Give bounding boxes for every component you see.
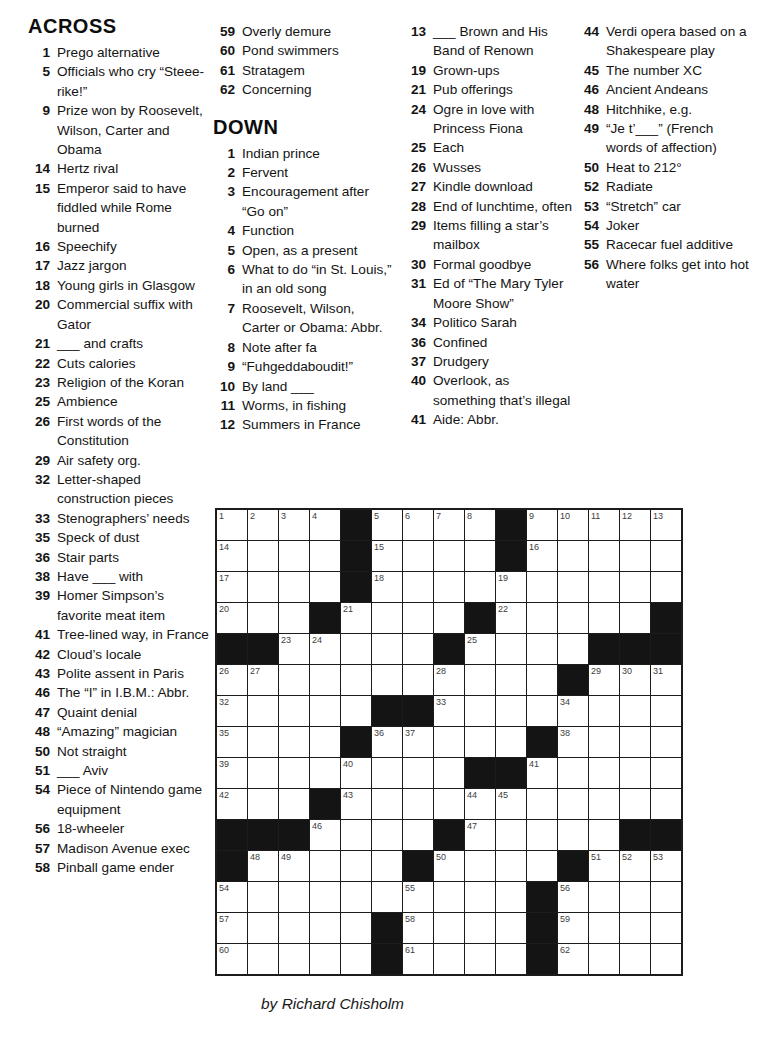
clue-text: Aide: Abbr. [433,410,574,429]
grid-cell[interactable]: 16 [527,541,557,571]
grid-cell[interactable]: 61 [403,944,433,974]
clue-number: 61 [213,61,235,80]
black-cell [620,634,650,664]
grid-cell[interactable] [527,634,557,664]
grid-cell[interactable]: 47 [465,820,495,850]
grid-cell[interactable]: 33 [434,696,464,726]
black-cell [651,820,681,850]
black-cell [651,634,681,664]
grid-cell[interactable] [310,851,340,881]
cell-number: 11 [591,511,600,521]
grid-cell[interactable] [279,727,309,757]
clue-text: Ogre in love with Princess Fiona [433,100,574,139]
grid-cell[interactable]: 26 [217,665,247,695]
clue-item: 40Overlook, as something that’s illegal [404,371,574,410]
grid-cell[interactable] [434,944,464,974]
black-cell [310,603,340,633]
grid-cell[interactable] [310,572,340,602]
clue-text: Drudgery [433,352,574,371]
grid-cell[interactable] [465,541,495,571]
grid-cell[interactable]: 43 [341,789,371,819]
grid-cell[interactable] [527,603,557,633]
grid-cell[interactable]: 45 [496,789,526,819]
clue-item: 62Concerning [213,80,395,99]
cell-number: 33 [436,697,446,707]
grid-cell[interactable]: 6 [403,510,433,540]
clue-item: 37Drudgery [404,352,574,371]
grid-cell[interactable]: 51 [589,851,619,881]
grid-cell[interactable] [434,882,464,912]
grid-cell[interactable] [620,696,650,726]
grid-cell[interactable]: 28 [434,665,464,695]
grid-cell[interactable] [589,727,619,757]
clue-item: 52Radiate [577,177,749,196]
clue-item: 7Roosevelt, Wilson, Carter or Obama: Abb… [213,299,395,338]
clue-number: 60 [213,41,235,60]
grid-cell[interactable] [310,727,340,757]
grid-cell[interactable]: 54 [217,882,247,912]
grid-cell[interactable]: 42 [217,789,247,819]
grid-cell[interactable] [279,541,309,571]
cell-number: 43 [343,790,353,800]
clue-number: 41 [28,625,50,644]
cell-number: 57 [219,914,229,924]
grid-cell[interactable] [434,913,464,943]
clue-text: Air safety org. [57,451,210,470]
grid-cell[interactable] [403,634,433,664]
grid-cell[interactable] [589,541,619,571]
clue-item: 48Hitchhike, e.g. [577,100,749,119]
grid-cell[interactable] [434,727,464,757]
grid-cell[interactable] [558,758,588,788]
cell-number: 47 [467,821,477,831]
clue-number: 40 [404,371,426,410]
clue-text: Overlook, as something that’s illegal [433,371,574,410]
cell-number: 32 [219,697,229,707]
cell-number: 13 [653,511,663,521]
clue-number: 54 [28,780,50,819]
grid-cell[interactable] [279,758,309,788]
grid-cell[interactable] [434,603,464,633]
grid-cell[interactable] [341,913,371,943]
cell-number: 12 [622,511,632,521]
clue-number: 58 [28,858,50,877]
grid-cell[interactable]: 55 [403,882,433,912]
crossword-grid: 1234567891011121314151617181920212223242… [215,508,683,976]
black-cell [527,944,557,974]
grid-cell[interactable]: 19 [496,572,526,602]
grid-cell[interactable] [496,696,526,726]
clue-number: 47 [28,703,50,722]
grid-cell[interactable] [248,913,278,943]
grid-cell[interactable]: 57 [217,913,247,943]
grid-cell[interactable] [620,913,650,943]
clue-item: 27Kindle download [404,177,574,196]
grid-cell[interactable] [496,727,526,757]
grid-cell[interactable] [341,634,371,664]
clue-text: Politico Sarah [433,313,574,332]
grid-cell[interactable]: 18 [372,572,402,602]
cell-number: 3 [281,511,286,521]
black-cell [372,696,402,726]
grid-cell[interactable] [279,913,309,943]
clue-text: Prize won by Roosevelt, Wilson, Carter a… [57,101,210,159]
grid-cell[interactable]: 1 [217,510,247,540]
clues-column-4: 44Verdi opera based on a Shakespeare pla… [577,22,749,294]
grid-cell[interactable] [248,882,278,912]
grid-cell[interactable] [620,727,650,757]
clue-number: 5 [28,62,50,101]
grid-cell[interactable]: 8 [465,510,495,540]
clue-number: 27 [404,177,426,196]
grid-cell[interactable] [527,572,557,602]
grid-cell[interactable] [527,820,557,850]
clues-column-3: 13___ Brown and His Band of Renown19Grow… [404,22,574,430]
grid-cell[interactable] [434,572,464,602]
grid-cell[interactable]: 24 [310,634,340,664]
grid-cell[interactable] [279,944,309,974]
grid-cell[interactable]: 22 [496,603,526,633]
grid-cell[interactable] [465,727,495,757]
grid-cell[interactable] [248,758,278,788]
grid-cell[interactable] [341,820,371,850]
grid-cell[interactable] [279,665,309,695]
grid-cell[interactable]: 11 [589,510,619,540]
grid-cell[interactable]: 32 [217,696,247,726]
black-cell [217,851,247,881]
clue-item: 6What to do “in St. Louis,” in an old so… [213,260,395,299]
clue-number: 24 [404,100,426,139]
grid-cell[interactable] [403,820,433,850]
grid-cell[interactable]: 29 [589,665,619,695]
clue-item: 16Speechify [28,237,210,256]
clue-item: 36Confined [404,333,574,352]
grid-cell[interactable]: 3 [279,510,309,540]
grid-cell[interactable] [620,882,650,912]
cell-number: 24 [312,635,322,645]
grid-cell[interactable] [651,696,681,726]
clue-text: Open, as a present [242,241,395,260]
grid-cell[interactable]: 20 [217,603,247,633]
grid-cell[interactable] [651,913,681,943]
grid-cell[interactable]: 56 [558,882,588,912]
grid-cell[interactable] [589,820,619,850]
clue-text: Emperor said to have fiddled while Rome … [57,179,210,237]
cell-number: 46 [312,821,322,831]
grid-cell[interactable] [589,944,619,974]
grid-cell[interactable] [589,696,619,726]
grid-cell[interactable] [651,572,681,602]
grid-cell[interactable] [465,696,495,726]
cell-number: 45 [498,790,508,800]
clue-number: 35 [28,528,50,547]
grid-cell[interactable] [248,603,278,633]
grid-cell[interactable]: 7 [434,510,464,540]
grid-cell[interactable] [651,727,681,757]
grid-cell[interactable] [620,789,650,819]
grid-cell[interactable]: 30 [620,665,650,695]
grid-cell[interactable] [496,913,526,943]
clue-number: 29 [404,216,426,255]
grid-cell[interactable] [341,944,371,974]
clue-number: 28 [404,197,426,216]
clue-text: Stair parts [57,548,210,567]
clue-text: Pub offerings [433,80,574,99]
grid-cell[interactable] [310,541,340,571]
grid-cell[interactable] [310,665,340,695]
grid-cell[interactable]: 13 [651,510,681,540]
grid-cell[interactable] [372,882,402,912]
cell-number: 22 [498,604,508,614]
clue-item: 1Indian prince [213,144,395,163]
grid-cell[interactable] [589,882,619,912]
grid-cell[interactable] [403,541,433,571]
grid-cell[interactable] [589,913,619,943]
grid-cell[interactable] [310,696,340,726]
grid-cell[interactable] [496,882,526,912]
clue-item: 30Formal goodbye [404,255,574,274]
grid-cell[interactable] [620,944,650,974]
grid-cell[interactable] [341,882,371,912]
grid-cell[interactable] [403,572,433,602]
grid-cell[interactable]: 9 [527,510,557,540]
grid-cell[interactable]: 40 [341,758,371,788]
clue-item: 8Note after fa [213,338,395,357]
clue-item: 11Worms, in fishing [213,396,395,415]
grid-cell[interactable] [248,789,278,819]
clue-text: Homer Simpson’s favorite meat item [57,586,210,625]
grid-cell[interactable]: 36 [372,727,402,757]
grid-cell[interactable] [589,758,619,788]
grid-cell[interactable] [558,603,588,633]
grid-cell[interactable] [372,603,402,633]
grid-cell[interactable]: 21 [341,603,371,633]
black-cell [341,727,371,757]
grid-cell[interactable] [248,572,278,602]
grid-cell[interactable] [651,882,681,912]
grid-cell[interactable] [279,696,309,726]
grid-cell[interactable]: 49 [279,851,309,881]
grid-cell[interactable] [434,789,464,819]
clue-number: 14 [28,159,50,178]
clue-number: 52 [577,177,599,196]
grid-cell[interactable] [496,851,526,881]
grid-cell[interactable] [372,851,402,881]
clue-text: Indian prince [242,144,395,163]
cell-number: 2 [250,511,255,521]
grid-cell[interactable] [465,944,495,974]
cell-number: 23 [281,635,291,645]
black-cell [527,727,557,757]
clue-text: Officials who cry “Steee-rike!” [57,62,210,101]
grid-cell[interactable] [651,758,681,788]
grid-cell[interactable] [403,603,433,633]
grid-cell[interactable] [527,851,557,881]
clue-item: 5Open, as a present [213,241,395,260]
grid-cell[interactable]: 41 [527,758,557,788]
grid-cell[interactable] [589,789,619,819]
clue-number: 15 [28,179,50,237]
grid-cell[interactable] [558,820,588,850]
black-cell [341,541,371,571]
grid-cell[interactable] [558,541,588,571]
grid-cell[interactable] [589,572,619,602]
grid-cell[interactable]: 39 [217,758,247,788]
black-cell [248,634,278,664]
grid-cell[interactable]: 15 [372,541,402,571]
grid-cell[interactable]: 53 [651,851,681,881]
grid-cell[interactable]: 52 [620,851,650,881]
grid-cell[interactable] [496,634,526,664]
grid-cell[interactable] [341,696,371,726]
grid-cell[interactable] [465,572,495,602]
grid-cell[interactable] [310,944,340,974]
black-cell [434,820,464,850]
clue-text: “Amazing” magician [57,722,210,741]
grid-cell[interactable] [248,541,278,571]
grid-cell[interactable]: 5 [372,510,402,540]
grid-cell[interactable]: 10 [558,510,588,540]
clue-number: 10 [213,377,235,396]
grid-cell[interactable] [372,820,402,850]
cell-number: 55 [405,883,415,893]
grid-cell[interactable] [651,541,681,571]
grid-cell[interactable]: 4 [310,510,340,540]
grid-cell[interactable] [620,758,650,788]
grid-cell[interactable] [620,603,650,633]
clue-item: 13___ Brown and His Band of Renown [404,22,574,61]
across-header: ACROSS [28,14,210,38]
byline: by Richard Chisholm [261,995,404,1013]
grid-cell[interactable] [341,851,371,881]
grid-cell[interactable] [248,696,278,726]
cell-number: 26 [219,666,229,676]
grid-cell[interactable] [465,851,495,881]
grid-cell[interactable]: 25 [465,634,495,664]
clue-text: The number XC [606,61,749,80]
grid-cell[interactable] [279,789,309,819]
clue-item: 55Racecar fuel additive [577,235,749,254]
grid-cell[interactable] [372,789,402,819]
grid-cell[interactable]: 50 [434,851,464,881]
grid-cell[interactable]: 48 [248,851,278,881]
grid-cell[interactable] [403,665,433,695]
grid-cell[interactable]: 60 [217,944,247,974]
grid-cell[interactable] [558,789,588,819]
grid-cell[interactable] [496,665,526,695]
grid-cell[interactable] [620,572,650,602]
black-cell [496,758,526,788]
grid-cell[interactable] [310,882,340,912]
grid-cell[interactable]: 59 [558,913,588,943]
grid-cell[interactable] [651,944,681,974]
cell-number: 14 [219,542,229,552]
grid-cell[interactable] [527,789,557,819]
grid-cell[interactable] [403,789,433,819]
clue-text: Commercial suffix with Gator [57,295,210,334]
clue-item: 17Jazz jargon [28,256,210,275]
grid-cell[interactable]: 38 [558,727,588,757]
clue-number: 21 [28,334,50,353]
grid-cell[interactable] [465,882,495,912]
grid-cell[interactable] [248,727,278,757]
clue-number: 21 [404,80,426,99]
grid-cell[interactable] [434,758,464,788]
clue-item: 35Speck of dust [28,528,210,547]
grid-cell[interactable]: 37 [403,727,433,757]
cell-number: 29 [591,666,601,676]
grid-cell[interactable]: 44 [465,789,495,819]
clue-number: 30 [404,255,426,274]
grid-cell[interactable] [651,789,681,819]
clue-text: Kindle download [433,177,574,196]
grid-cell[interactable]: 35 [217,727,247,757]
grid-cell[interactable] [341,665,371,695]
grid-cell[interactable]: 17 [217,572,247,602]
grid-cell[interactable] [620,541,650,571]
grid-cell[interactable]: 12 [620,510,650,540]
grid-cell[interactable] [279,882,309,912]
grid-cell[interactable] [434,541,464,571]
black-cell [651,603,681,633]
grid-cell[interactable] [558,572,588,602]
clue-text: Tree-lined way, in France [57,625,210,644]
grid-cell[interactable] [527,696,557,726]
clue-item: 43Polite assent in Paris [28,664,210,683]
clue-text: Letter-shaped construction pieces [57,470,210,509]
clue-item: 61Stratagem [213,61,395,80]
grid-cell[interactable] [496,944,526,974]
grid-cell[interactable] [372,758,402,788]
grid-cell[interactable] [248,944,278,974]
grid-cell[interactable] [279,572,309,602]
cell-number: 6 [405,511,410,521]
grid-cell[interactable] [527,665,557,695]
grid-cell[interactable] [310,913,340,943]
clue-text: Ancient Andeans [606,80,749,99]
grid-cell[interactable] [589,603,619,633]
grid-cell[interactable] [496,820,526,850]
grid-cell[interactable]: 27 [248,665,278,695]
grid-cell[interactable] [465,665,495,695]
grid-cell[interactable] [372,634,402,664]
clue-number: 54 [577,216,599,235]
clue-item: 44Verdi opera based on a Shakespeare pla… [577,22,749,61]
cell-number: 60 [219,945,229,955]
clue-text: ___ and crafts [57,334,210,353]
clue-text: Not straight [57,742,210,761]
cell-number: 34 [560,697,570,707]
grid-cell[interactable] [465,913,495,943]
cell-number: 37 [405,728,415,738]
grid-cell[interactable]: 62 [558,944,588,974]
grid-cell[interactable]: 31 [651,665,681,695]
clue-item: 50Heat to 212° [577,158,749,177]
grid-cell[interactable]: 34 [558,696,588,726]
grid-cell[interactable] [558,634,588,664]
grid-cell[interactable]: 58 [403,913,433,943]
grid-cell[interactable] [372,665,402,695]
clue-item: 47Quaint denial [28,703,210,722]
grid-cell[interactable]: 23 [279,634,309,664]
grid-cell[interactable]: 46 [310,820,340,850]
grid-cell[interactable]: 2 [248,510,278,540]
grid-cell[interactable] [279,603,309,633]
clue-item: 58Pinball game ender [28,858,210,877]
grid-cell[interactable] [403,758,433,788]
grid-cell[interactable] [310,758,340,788]
grid-cell[interactable]: 14 [217,541,247,571]
